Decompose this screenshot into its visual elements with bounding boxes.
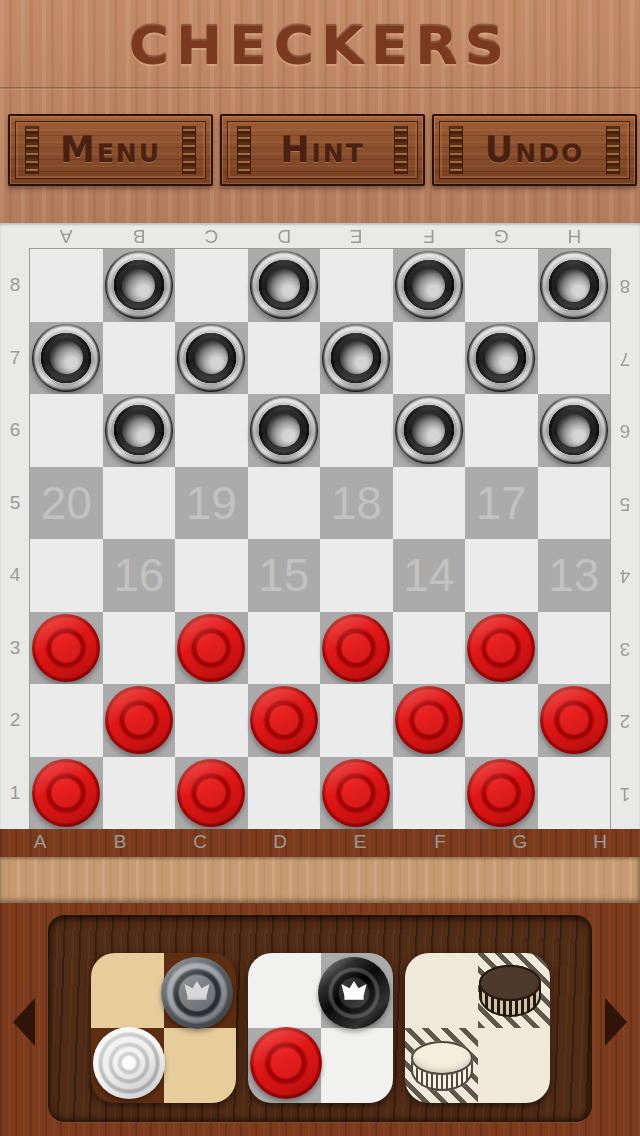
file-label-g: G — [480, 829, 560, 857]
theme-card-fabric[interactable] — [405, 953, 550, 1103]
file-label-f: F — [393, 223, 466, 249]
red-man-piece[interactable] — [250, 686, 318, 754]
theme-picker-section — [0, 903, 640, 1136]
square-g2 — [465, 684, 538, 757]
silver-man-piece — [93, 1027, 165, 1099]
rank-label-7: 7 — [0, 322, 30, 395]
piece-dome — [122, 269, 155, 302]
square-h2[interactable] — [538, 684, 611, 757]
black-man-piece[interactable] — [540, 396, 608, 464]
piece-top — [479, 965, 541, 1001]
square-h1 — [538, 757, 611, 830]
black-man-piece[interactable] — [395, 251, 463, 319]
rank-label-3: 3 — [0, 612, 30, 685]
square-b1 — [103, 757, 176, 830]
rank-label-2: 2 — [0, 684, 30, 757]
square-e7[interactable] — [320, 322, 393, 395]
square-e4 — [320, 539, 393, 612]
square-e6 — [320, 394, 393, 467]
rank-label-4: 4 — [0, 539, 30, 612]
square-f7 — [393, 322, 466, 395]
rank-label-6: 6 — [610, 394, 640, 467]
theme-quad — [91, 953, 164, 1028]
hint-button[interactable]: Hint — [220, 114, 425, 186]
theme-card-wood[interactable] — [91, 953, 236, 1103]
file-label-d: D — [248, 223, 321, 249]
square-f4[interactable]: 14 — [393, 539, 466, 612]
black-man-piece[interactable] — [322, 324, 390, 392]
red-man-piece[interactable] — [32, 614, 100, 682]
red-man-piece[interactable] — [177, 759, 245, 827]
black-man-piece[interactable] — [105, 396, 173, 464]
square-e3[interactable] — [320, 612, 393, 685]
square-e5[interactable]: 18 — [320, 467, 393, 540]
file-label-e: E — [320, 829, 400, 857]
square-d1 — [248, 757, 321, 830]
square-b2[interactable] — [103, 684, 176, 757]
file-label-c: C — [175, 223, 248, 249]
square-h6[interactable] — [538, 394, 611, 467]
wood-divider-strip — [0, 857, 640, 903]
square-f3 — [393, 612, 466, 685]
square-d3 — [248, 612, 321, 685]
square-c3[interactable] — [175, 612, 248, 685]
black-man-piece[interactable] — [105, 251, 173, 319]
board-grid: 2019181716151413 — [30, 249, 610, 829]
undo-button-label: Undo — [434, 116, 635, 184]
header-seam-divider — [0, 87, 640, 90]
square-g7[interactable] — [465, 322, 538, 395]
square-number-20: 20 — [41, 476, 92, 530]
square-c8 — [175, 249, 248, 322]
file-label-f: F — [400, 829, 480, 857]
theme-quad — [405, 953, 478, 1028]
red-man-piece[interactable] — [177, 614, 245, 682]
file-label-c: C — [160, 829, 240, 857]
theme-quad — [478, 1028, 551, 1103]
rank-label-6: 6 — [0, 394, 30, 467]
black-king-piece — [318, 957, 390, 1029]
square-d4[interactable]: 15 — [248, 539, 321, 612]
square-number-13: 13 — [548, 548, 599, 602]
crown-icon — [182, 981, 212, 1005]
square-h3 — [538, 612, 611, 685]
square-c5[interactable]: 19 — [175, 467, 248, 540]
square-a2 — [30, 684, 103, 757]
red-man-piece[interactable] — [395, 686, 463, 754]
red-man-piece[interactable] — [540, 686, 608, 754]
app-title: CHECKERS — [0, 3, 640, 86]
file-label-b: B — [80, 829, 160, 857]
square-number-17: 17 — [476, 476, 527, 530]
piece-top — [411, 1041, 473, 1075]
rank-label-8: 8 — [0, 249, 30, 322]
wood-header-background: CHECKERS Menu Hint Undo — [0, 0, 640, 223]
square-c4 — [175, 539, 248, 612]
square-b5 — [103, 467, 176, 540]
rank-label-5: 5 — [610, 467, 640, 540]
red-man-piece[interactable] — [32, 759, 100, 827]
piece-dome — [267, 414, 300, 447]
square-a1[interactable] — [30, 757, 103, 830]
black-man-piece[interactable] — [32, 324, 100, 392]
red-man-piece[interactable] — [467, 614, 535, 682]
file-label-a: A — [30, 223, 103, 249]
arrow-right-icon[interactable] — [605, 998, 627, 1046]
red-man-piece — [250, 1027, 322, 1099]
square-c6 — [175, 394, 248, 467]
piece-dome — [485, 341, 518, 374]
rank-label-5: 5 — [0, 467, 30, 540]
black-man-piece[interactable] — [540, 251, 608, 319]
file-label-h: H — [538, 223, 611, 249]
square-b7 — [103, 322, 176, 395]
piece-dome — [267, 269, 300, 302]
rank-label-4: 4 — [610, 539, 640, 612]
square-number-18: 18 — [331, 476, 382, 530]
square-f1 — [393, 757, 466, 830]
square-h5 — [538, 467, 611, 540]
square-h8[interactable] — [538, 249, 611, 322]
piece-dome — [122, 414, 155, 447]
square-b4[interactable]: 16 — [103, 539, 176, 612]
black-man-piece[interactable] — [177, 324, 245, 392]
piece-dome — [412, 414, 445, 447]
cream-man-piece — [411, 1041, 473, 1091]
piece-dome — [50, 341, 83, 374]
menu-button-label: Menu — [10, 116, 211, 184]
square-c1[interactable] — [175, 757, 248, 830]
square-e8 — [320, 249, 393, 322]
theme-quad — [321, 1028, 394, 1103]
red-man-piece[interactable] — [467, 759, 535, 827]
square-g4 — [465, 539, 538, 612]
square-g8 — [465, 249, 538, 322]
square-h7 — [538, 322, 611, 395]
square-a6 — [30, 394, 103, 467]
rank-label-8: 8 — [610, 249, 640, 322]
square-a7[interactable] — [30, 322, 103, 395]
black-man-piece[interactable] — [250, 396, 318, 464]
square-g1[interactable] — [465, 757, 538, 830]
hint-button-label: Hint — [222, 116, 423, 184]
square-number-14: 14 — [403, 548, 454, 602]
square-d5 — [248, 467, 321, 540]
square-d6[interactable] — [248, 394, 321, 467]
espresso-man-piece — [479, 965, 541, 1017]
square-f5 — [393, 467, 466, 540]
black-man-piece[interactable] — [395, 396, 463, 464]
piece-dome — [195, 341, 228, 374]
theme-quad — [164, 1028, 237, 1103]
rank-label-3: 3 — [610, 612, 640, 685]
undo-button[interactable]: Undo — [432, 114, 637, 186]
file-label-g: G — [465, 223, 538, 249]
square-number-16: 16 — [113, 548, 164, 602]
square-number-19: 19 — [186, 476, 237, 530]
red-man-piece[interactable] — [322, 759, 390, 827]
rank-label-1: 1 — [0, 757, 30, 830]
rank-label-7: 7 — [610, 322, 640, 395]
file-label-b: B — [103, 223, 176, 249]
square-f2[interactable] — [393, 684, 466, 757]
file-labels-bottom: ABCDEFGH — [0, 829, 640, 857]
theme-quad — [248, 953, 321, 1028]
square-e2 — [320, 684, 393, 757]
piece-dome — [557, 269, 590, 302]
square-number-15: 15 — [258, 548, 309, 602]
file-label-d: D — [240, 829, 320, 857]
board-panel: ABCDEFGH 87654321 2019181716151413 87654… — [0, 223, 640, 857]
red-man-piece[interactable] — [105, 686, 173, 754]
black-man-piece[interactable] — [467, 324, 535, 392]
rank-labels-left: 87654321 — [0, 249, 30, 829]
square-d8[interactable] — [248, 249, 321, 322]
file-label-h: H — [560, 829, 640, 857]
square-f8[interactable] — [393, 249, 466, 322]
square-c7[interactable] — [175, 322, 248, 395]
square-a3[interactable] — [30, 612, 103, 685]
square-g3[interactable] — [465, 612, 538, 685]
square-e1[interactable] — [320, 757, 393, 830]
file-label-e: E — [320, 223, 393, 249]
crown-icon — [339, 981, 369, 1005]
rank-label-2: 2 — [610, 684, 640, 757]
red-man-piece[interactable] — [322, 614, 390, 682]
file-label-a: A — [0, 829, 80, 857]
piece-dome — [412, 269, 445, 302]
square-a5[interactable]: 20 — [30, 467, 103, 540]
square-b6[interactable] — [103, 394, 176, 467]
piece-dome — [557, 414, 590, 447]
square-g6 — [465, 394, 538, 467]
theme-card-classic[interactable] — [248, 953, 393, 1103]
square-f6[interactable] — [393, 394, 466, 467]
square-h4[interactable]: 13 — [538, 539, 611, 612]
square-b3 — [103, 612, 176, 685]
black-man-piece[interactable] — [250, 251, 318, 319]
piece-dome — [340, 341, 373, 374]
rank-label-1: 1 — [610, 757, 640, 830]
arrow-left-icon[interactable] — [13, 998, 35, 1046]
menu-button[interactable]: Menu — [8, 114, 213, 186]
square-b8[interactable] — [103, 249, 176, 322]
square-d2[interactable] — [248, 684, 321, 757]
square-c2 — [175, 684, 248, 757]
square-a4 — [30, 539, 103, 612]
square-g5[interactable]: 17 — [465, 467, 538, 540]
gunmetal-king-piece — [161, 957, 233, 1029]
rank-labels-right: 87654321 — [610, 249, 640, 829]
file-labels-top: ABCDEFGH — [30, 223, 610, 249]
square-d7 — [248, 322, 321, 395]
square-a8 — [30, 249, 103, 322]
